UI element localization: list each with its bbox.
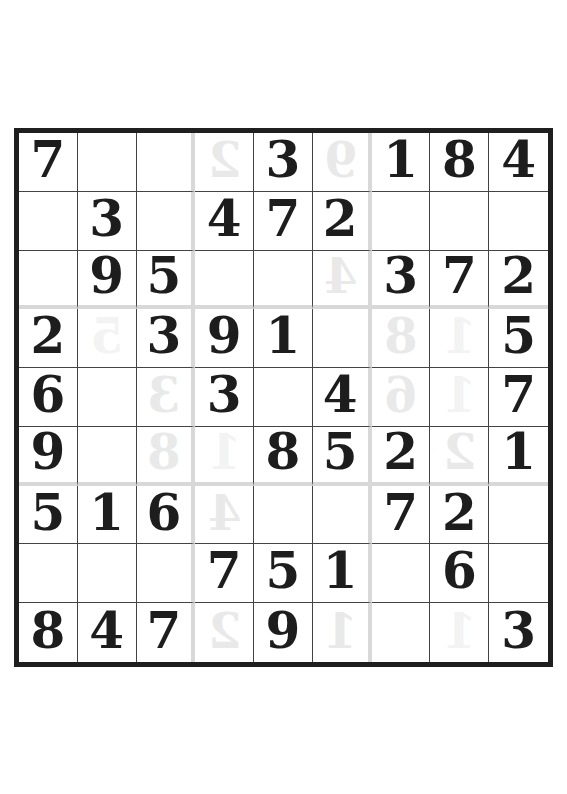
given-digit: 7 xyxy=(207,546,242,600)
cell-r8c3[interactable] xyxy=(137,544,196,603)
cell-r4c4[interactable]: 9 xyxy=(195,309,254,368)
cell-r9c2[interactable]: 4 xyxy=(78,603,137,662)
cell-r1c2[interactable] xyxy=(78,133,137,192)
cell-r1c3[interactable] xyxy=(137,133,196,192)
given-digit: 7 xyxy=(30,135,65,189)
ghost-showthrough-digit: 8 xyxy=(384,312,417,364)
cell-r6c5[interactable]: 8 xyxy=(254,427,313,486)
cell-r2c5[interactable]: 7 xyxy=(254,192,313,251)
cell-r3c6[interactable]: 4 xyxy=(313,251,372,310)
ghost-showthrough-digit: 1 xyxy=(324,607,357,659)
ghost-showthrough-digit: 9 xyxy=(324,136,357,188)
given-digit: 7 xyxy=(442,251,477,305)
cell-r3c9[interactable]: 2 xyxy=(489,251,548,310)
cell-r4c8[interactable]: 1 xyxy=(430,309,489,368)
printed-sudoku-page: 7239184347295437225391815633461798185221… xyxy=(0,0,567,794)
cell-r1c7[interactable]: 1 xyxy=(372,133,431,192)
cell-r2c9[interactable] xyxy=(489,192,548,251)
cell-r6c7[interactable]: 2 xyxy=(372,427,431,486)
ghost-showthrough-digit: 4 xyxy=(324,252,357,304)
given-digit: 5 xyxy=(266,546,301,600)
given-digit: 3 xyxy=(207,370,242,424)
cell-r4c5[interactable]: 1 xyxy=(254,309,313,368)
given-digit: 6 xyxy=(30,370,65,424)
ghost-showthrough-digit: 1 xyxy=(208,428,241,480)
cell-r5c2[interactable] xyxy=(78,368,137,427)
cell-r8c8[interactable]: 6 xyxy=(430,544,489,603)
given-digit: 4 xyxy=(501,135,536,189)
cell-r1c4[interactable]: 2 xyxy=(195,133,254,192)
given-digit: 6 xyxy=(147,488,182,542)
ghost-showthrough-digit: 2 xyxy=(443,428,476,480)
cell-r2c3[interactable] xyxy=(137,192,196,251)
cell-r3c7[interactable]: 3 xyxy=(372,251,431,310)
given-digit: 2 xyxy=(323,194,358,248)
given-digit: 3 xyxy=(147,311,182,365)
cell-r9c3[interactable]: 7 xyxy=(137,603,196,662)
cell-r2c2[interactable]: 3 xyxy=(78,192,137,251)
cell-r2c4[interactable]: 4 xyxy=(195,192,254,251)
cell-r9c9[interactable]: 3 xyxy=(489,603,548,662)
cell-r3c2[interactable]: 9 xyxy=(78,251,137,310)
cell-r6c3[interactable]: 8 xyxy=(137,427,196,486)
given-digit: 7 xyxy=(266,194,301,248)
cell-r3c8[interactable]: 7 xyxy=(430,251,489,310)
cell-r2c6[interactable]: 2 xyxy=(313,192,372,251)
cell-r5c7[interactable]: 6 xyxy=(372,368,431,427)
cell-r7c7[interactable]: 7 xyxy=(372,486,431,545)
given-digit: 1 xyxy=(383,135,418,189)
cell-r8c1[interactable] xyxy=(19,544,78,603)
ghost-showthrough-digit: 2 xyxy=(208,136,241,188)
given-digit: 5 xyxy=(147,251,182,305)
cell-r4c2[interactable]: 5 xyxy=(78,309,137,368)
cell-r5c4[interactable]: 3 xyxy=(195,368,254,427)
cell-r2c1[interactable] xyxy=(19,192,78,251)
given-digit: 5 xyxy=(501,311,536,365)
cell-r7c8[interactable]: 2 xyxy=(430,486,489,545)
cell-r7c5[interactable] xyxy=(254,486,313,545)
given-digit: 7 xyxy=(383,488,418,542)
cell-r5c9[interactable]: 7 xyxy=(489,368,548,427)
given-digit: 3 xyxy=(89,194,124,248)
cell-r6c4[interactable]: 1 xyxy=(195,427,254,486)
ghost-showthrough-digit: 1 xyxy=(443,607,476,659)
ghost-showthrough-digit: 3 xyxy=(147,371,180,423)
cell-r8c5[interactable]: 5 xyxy=(254,544,313,603)
given-digit: 3 xyxy=(266,135,301,189)
given-digit: 7 xyxy=(147,606,182,660)
cell-r6c8[interactable]: 2 xyxy=(430,427,489,486)
cell-r4c9[interactable]: 5 xyxy=(489,309,548,368)
ghost-showthrough-digit: 2 xyxy=(208,607,241,659)
cell-r8c4[interactable]: 7 xyxy=(195,544,254,603)
given-digit: 9 xyxy=(89,251,124,305)
given-digit: 4 xyxy=(89,606,124,660)
given-digit: 2 xyxy=(30,311,65,365)
given-digit: 4 xyxy=(207,194,242,248)
given-digit: 8 xyxy=(30,606,65,660)
cell-r8c2[interactable] xyxy=(78,544,137,603)
cell-r9c7[interactable] xyxy=(372,603,431,662)
cell-r4c1[interactable]: 2 xyxy=(19,309,78,368)
cell-r6c9[interactable]: 1 xyxy=(489,427,548,486)
sudoku-board: 7239184347295437225391815633461798185221… xyxy=(14,128,553,667)
cell-r1c8[interactable]: 8 xyxy=(430,133,489,192)
cell-r1c6[interactable]: 9 xyxy=(313,133,372,192)
cell-r7c9[interactable] xyxy=(489,486,548,545)
given-digit: 6 xyxy=(442,546,477,600)
cell-r8c6[interactable]: 1 xyxy=(313,544,372,603)
given-digit: 5 xyxy=(30,488,65,542)
given-digit: 1 xyxy=(501,427,536,481)
given-digit: 7 xyxy=(501,370,536,424)
cell-r7c3[interactable]: 6 xyxy=(137,486,196,545)
given-digit: 1 xyxy=(323,546,358,600)
cell-r1c5[interactable]: 3 xyxy=(254,133,313,192)
given-digit: 9 xyxy=(30,427,65,481)
cell-r4c7[interactable]: 8 xyxy=(372,309,431,368)
ghost-showthrough-digit: 4 xyxy=(208,489,241,541)
cell-r1c9[interactable]: 4 xyxy=(489,133,548,192)
ghost-showthrough-digit: 5 xyxy=(90,312,123,364)
cell-r7c6[interactable] xyxy=(313,486,372,545)
cell-r9c5[interactable]: 9 xyxy=(254,603,313,662)
given-digit: 2 xyxy=(442,488,477,542)
given-digit: 9 xyxy=(207,311,242,365)
given-digit: 1 xyxy=(89,488,124,542)
cell-r3c5[interactable] xyxy=(254,251,313,310)
cell-r5c8[interactable]: 1 xyxy=(430,368,489,427)
given-digit: 8 xyxy=(442,135,477,189)
cell-r9c1[interactable]: 8 xyxy=(19,603,78,662)
given-digit: 2 xyxy=(501,251,536,305)
given-digit: 2 xyxy=(383,427,418,481)
cell-r9c8[interactable]: 1 xyxy=(430,603,489,662)
cell-r1c1[interactable]: 7 xyxy=(19,133,78,192)
given-digit: 8 xyxy=(266,427,301,481)
cell-r6c1[interactable]: 9 xyxy=(19,427,78,486)
cell-r7c4[interactable]: 4 xyxy=(195,486,254,545)
cell-r9c6[interactable]: 1 xyxy=(313,603,372,662)
cell-r3c3[interactable]: 5 xyxy=(137,251,196,310)
cell-r5c3[interactable]: 3 xyxy=(137,368,196,427)
cell-r5c5[interactable] xyxy=(254,368,313,427)
ghost-showthrough-digit: 1 xyxy=(443,371,476,423)
cell-r9c4[interactable]: 2 xyxy=(195,603,254,662)
ghost-showthrough-digit: 6 xyxy=(384,371,417,423)
cell-r4c3[interactable]: 3 xyxy=(137,309,196,368)
ghost-showthrough-digit: 8 xyxy=(147,428,180,480)
cell-r8c7[interactable] xyxy=(372,544,431,603)
cell-r4c6[interactable] xyxy=(313,309,372,368)
given-digit: 9 xyxy=(266,606,301,660)
cell-r2c7[interactable] xyxy=(372,192,431,251)
cell-r2c8[interactable] xyxy=(430,192,489,251)
given-digit: 5 xyxy=(323,427,358,481)
cell-r7c2[interactable]: 1 xyxy=(78,486,137,545)
cell-r5c6[interactable]: 4 xyxy=(313,368,372,427)
cell-r8c9[interactable] xyxy=(489,544,548,603)
given-digit: 1 xyxy=(266,311,301,365)
cell-r3c4[interactable] xyxy=(195,251,254,310)
given-digit: 3 xyxy=(383,251,418,305)
given-digit: 3 xyxy=(501,606,536,660)
cell-r6c2[interactable] xyxy=(78,427,137,486)
ghost-showthrough-digit: 1 xyxy=(443,312,476,364)
cell-r7c1[interactable]: 5 xyxy=(19,486,78,545)
cell-r6c6[interactable]: 5 xyxy=(313,427,372,486)
cell-r3c1[interactable] xyxy=(19,251,78,310)
cell-r5c1[interactable]: 6 xyxy=(19,368,78,427)
given-digit: 4 xyxy=(323,370,358,424)
